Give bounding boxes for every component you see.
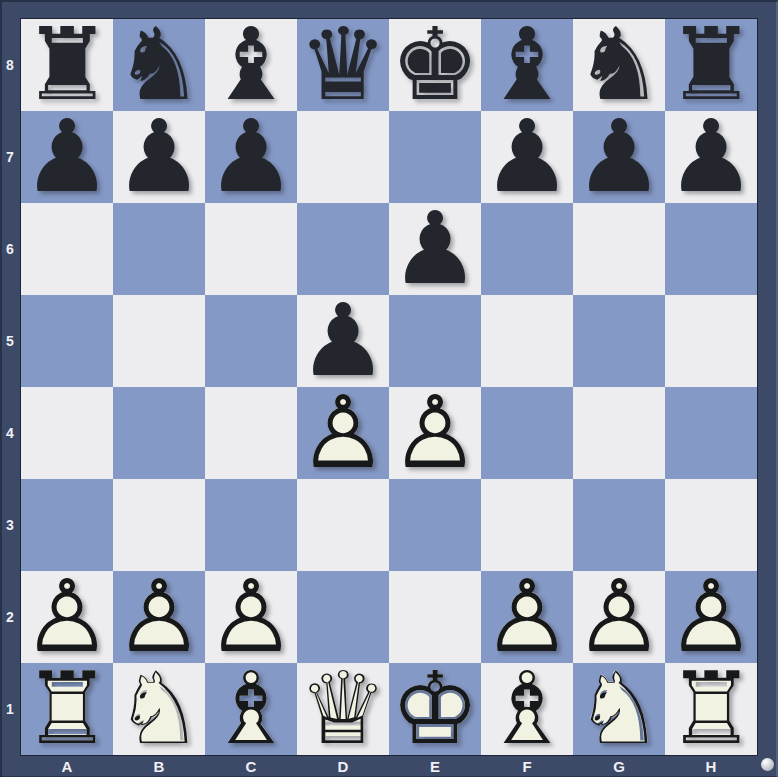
piece-white-pawn[interactable]: ♟♙ [389,387,481,479]
piece-white-bishop[interactable]: ♝♗ [205,663,297,755]
square-d1[interactable]: ♛♕ [297,663,389,755]
square-e8[interactable]: ♚ [389,19,481,111]
chess-board: ♜♞♝♛♚♝♞♜♟♟♟♟♟♟♟♟♟♙♟♙♟♙♟♙♟♙♟♙♟♙♟♙♜♖♞♘♝♗♛♕… [20,18,758,756]
rank-label-4: 4 [0,387,20,479]
file-label-c: C [205,755,297,777]
square-h7[interactable]: ♟ [665,111,757,203]
piece-glyph: ♟ [21,111,113,203]
file-label-d: D [297,755,389,777]
square-b1[interactable]: ♞♘ [113,663,205,755]
piece-white-king[interactable]: ♚♔ [389,663,481,755]
file-label-f: F [481,755,573,777]
square-a1[interactable]: ♜♖ [21,663,113,755]
piece-outline-layer: ♘ [113,663,205,755]
piece-white-queen[interactable]: ♛♕ [297,663,389,755]
square-h4[interactable] [665,387,757,479]
file-labels: ABCDEFGH [21,755,757,777]
piece-glyph: ♟ [205,111,297,203]
rank-label-2: 2 [0,571,20,663]
square-a6[interactable] [21,203,113,295]
piece-outline-layer: ♗ [205,663,297,755]
piece-black-pawn[interactable]: ♟ [481,111,573,203]
file-label-a: A [21,755,113,777]
piece-glyph: ♛ [297,19,389,111]
square-f7[interactable]: ♟ [481,111,573,203]
chess-board-app: ♜♞♝♛♚♝♞♜♟♟♟♟♟♟♟♟♟♙♟♙♟♙♟♙♟♙♟♙♟♙♟♙♜♖♞♘♝♗♛♕… [0,0,778,777]
piece-outline-layer: ♖ [21,663,113,755]
square-d8[interactable]: ♛ [297,19,389,111]
piece-glyph: ♟ [389,203,481,295]
rank-label-1: 1 [0,663,20,755]
piece-black-queen[interactable]: ♛ [297,19,389,111]
piece-outline-layer: ♙ [389,387,481,479]
square-e1[interactable]: ♚♔ [389,663,481,755]
rank-label-5: 5 [0,295,20,387]
piece-white-rook[interactable]: ♜♖ [21,663,113,755]
square-c7[interactable]: ♟ [205,111,297,203]
piece-black-pawn[interactable]: ♟ [573,111,665,203]
file-label-e: E [389,755,481,777]
piece-white-knight[interactable]: ♞♘ [113,663,205,755]
white-to-move-indicator [761,758,774,771]
square-h5[interactable] [665,295,757,387]
square-d4[interactable]: ♟♙ [297,387,389,479]
piece-black-pawn[interactable]: ♟ [205,111,297,203]
square-b6[interactable] [113,203,205,295]
square-g6[interactable] [573,203,665,295]
square-g7[interactable]: ♟ [573,111,665,203]
piece-white-knight[interactable]: ♞♘ [573,663,665,755]
rank-label-7: 7 [0,111,20,203]
square-a4[interactable] [21,387,113,479]
piece-black-king[interactable]: ♚ [389,19,481,111]
square-f4[interactable] [481,387,573,479]
rank-label-8: 8 [0,19,20,111]
square-g5[interactable] [573,295,665,387]
piece-glyph: ♚ [389,19,481,111]
square-f1[interactable]: ♝♗ [481,663,573,755]
piece-white-bishop[interactable]: ♝♗ [481,663,573,755]
piece-glyph: ♟ [481,111,573,203]
rank-label-3: 3 [0,479,20,571]
piece-black-pawn[interactable]: ♟ [665,111,757,203]
square-a7[interactable]: ♟ [21,111,113,203]
piece-glyph: ♟ [113,111,205,203]
square-d3[interactable] [297,479,389,571]
square-b4[interactable] [113,387,205,479]
piece-outline-layer: ♙ [297,387,389,479]
piece-black-pawn[interactable]: ♟ [21,111,113,203]
piece-outline-layer: ♗ [481,663,573,755]
piece-black-pawn[interactable]: ♟ [113,111,205,203]
piece-black-pawn[interactable]: ♟ [389,203,481,295]
rank-label-6: 6 [0,203,20,295]
piece-outline-layer: ♔ [389,663,481,755]
piece-white-pawn[interactable]: ♟♙ [297,387,389,479]
square-h6[interactable] [665,203,757,295]
square-c1[interactable]: ♝♗ [205,663,297,755]
square-g4[interactable] [573,387,665,479]
square-e4[interactable]: ♟♙ [389,387,481,479]
piece-glyph: ♟ [573,111,665,203]
square-b7[interactable]: ♟ [113,111,205,203]
square-e6[interactable]: ♟ [389,203,481,295]
file-label-h: H [665,755,757,777]
square-c6[interactable] [205,203,297,295]
square-c4[interactable] [205,387,297,479]
square-g1[interactable]: ♞♘ [573,663,665,755]
square-f5[interactable] [481,295,573,387]
square-d7[interactable] [297,111,389,203]
file-label-b: B [113,755,205,777]
piece-outline-layer: ♕ [297,663,389,755]
square-f6[interactable] [481,203,573,295]
square-a5[interactable] [21,295,113,387]
rank-labels: 87654321 [0,19,20,755]
square-b5[interactable] [113,295,205,387]
piece-white-rook[interactable]: ♜♖ [665,663,757,755]
square-e3[interactable] [389,479,481,571]
piece-glyph: ♟ [665,111,757,203]
square-c5[interactable] [205,295,297,387]
square-h1[interactable]: ♜♖ [665,663,757,755]
piece-outline-layer: ♖ [665,663,757,755]
piece-outline-layer: ♘ [573,663,665,755]
file-label-g: G [573,755,665,777]
